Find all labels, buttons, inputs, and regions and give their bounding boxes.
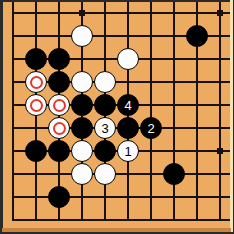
stone-white <box>94 71 116 93</box>
red-circle-mark <box>30 99 43 112</box>
frame-left-border <box>0 0 3 234</box>
stone-white <box>48 117 70 139</box>
stone-white <box>71 25 93 47</box>
stone-black <box>94 140 116 162</box>
stone-white <box>25 94 47 116</box>
stone-white <box>71 71 93 93</box>
stone-black: 4 <box>117 94 139 116</box>
red-circle-mark <box>53 99 66 112</box>
stone-black <box>186 25 208 47</box>
board-edge-bottom-line <box>12 219 230 222</box>
star-point <box>79 10 85 16</box>
stone-white: 1 <box>117 140 139 162</box>
stone-black <box>163 163 185 185</box>
stone-black <box>71 117 93 139</box>
stone-black <box>48 186 70 208</box>
stone-white <box>117 48 139 70</box>
stone-black <box>117 117 139 139</box>
stone-white <box>25 71 47 93</box>
grid-hline <box>12 173 230 174</box>
red-circle-mark <box>53 122 66 135</box>
stone-black <box>25 140 47 162</box>
grid-hline <box>12 12 230 13</box>
stone-black: 2 <box>140 117 162 139</box>
frame-bottom-border <box>0 232 234 234</box>
grid-hline <box>12 196 230 197</box>
stone-white: 3 <box>94 117 116 139</box>
star-point <box>217 148 223 154</box>
stone-black <box>48 71 70 93</box>
stone-black <box>94 94 116 116</box>
stone-number: 1 <box>124 145 131 158</box>
stone-black <box>25 48 47 70</box>
star-point <box>217 10 223 16</box>
stone-white <box>94 163 116 185</box>
stone-white <box>71 140 93 162</box>
stone-number: 2 <box>147 122 154 135</box>
stone-black <box>48 48 70 70</box>
stone-white <box>71 163 93 185</box>
red-circle-mark <box>30 76 43 89</box>
stone-white <box>48 94 70 116</box>
frame-top-border <box>0 0 234 2</box>
frame-right-border <box>233 0 234 234</box>
stone-black <box>48 140 70 162</box>
stone-number: 3 <box>101 122 108 135</box>
go-diagram: 4321 <box>0 0 234 234</box>
stone-black <box>71 94 93 116</box>
stone-number: 4 <box>124 99 131 112</box>
